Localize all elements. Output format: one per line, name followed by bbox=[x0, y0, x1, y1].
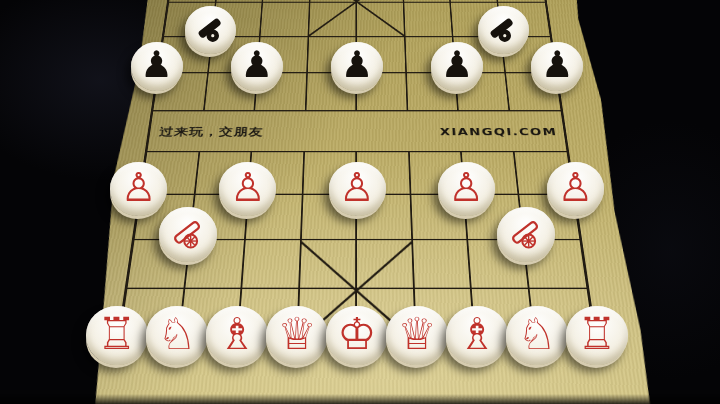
cannon-icon bbox=[194, 14, 228, 46]
pawn-icon: ♙ bbox=[121, 168, 157, 208]
pawn-icon: ♙ bbox=[339, 168, 375, 208]
piece-red-knight: ♘ bbox=[146, 306, 209, 365]
piece-red-king: ♔ bbox=[326, 306, 389, 365]
pawn-icon: ♙ bbox=[448, 168, 484, 208]
pawn-icon: ♟ bbox=[140, 47, 173, 84]
piece-red-pawn: ♙ bbox=[547, 162, 604, 216]
pawn-icon: ♟ bbox=[240, 47, 273, 84]
knight-icon: ♘ bbox=[157, 312, 196, 356]
cannon-icon bbox=[169, 216, 208, 252]
piece-red-advisor: ♕ bbox=[386, 306, 449, 365]
piece-red-pawn: ♙ bbox=[438, 162, 495, 216]
rook-icon: ♖ bbox=[97, 312, 136, 356]
pawn-icon: ♟ bbox=[541, 47, 574, 84]
pawn-icon: ♟ bbox=[341, 47, 374, 84]
river-watermark: XIANGQI.COM bbox=[440, 126, 558, 138]
river: 过来玩，交朋友 XIANGQI.COM bbox=[145, 113, 569, 151]
palace-diagonals-black bbox=[308, 0, 406, 36]
advisor-icon: ♕ bbox=[277, 312, 316, 356]
piece-black-pawn: ♟ bbox=[331, 42, 383, 91]
piece-red-cannon bbox=[497, 207, 556, 262]
piece-red-elephant: ♗ bbox=[206, 306, 269, 365]
pawn-icon: ♙ bbox=[558, 168, 594, 208]
piece-red-knight: ♘ bbox=[506, 306, 569, 365]
piece-black-pawn: ♟ bbox=[231, 42, 283, 91]
piece-black-pawn: ♟ bbox=[431, 42, 483, 91]
cannon-icon bbox=[507, 216, 546, 252]
piece-red-pawn: ♙ bbox=[110, 162, 167, 216]
king-icon: ♔ bbox=[337, 312, 376, 356]
cannon-icon bbox=[486, 14, 520, 46]
board-cell bbox=[261, 3, 310, 37]
elephant-icon: ♗ bbox=[217, 312, 256, 356]
piece-red-advisor: ♕ bbox=[266, 306, 329, 365]
piece-black-cannon bbox=[185, 6, 236, 54]
board-cell bbox=[404, 3, 453, 37]
piece-black-pawn: ♟ bbox=[531, 42, 583, 91]
pawn-icon: ♟ bbox=[441, 47, 474, 84]
piece-red-elephant: ♗ bbox=[446, 306, 509, 365]
piece-red-rook: ♖ bbox=[86, 306, 149, 365]
advisor-icon: ♕ bbox=[397, 312, 436, 356]
piece-red-pawn: ♙ bbox=[219, 162, 276, 216]
elephant-icon: ♗ bbox=[457, 312, 496, 356]
board-cell bbox=[242, 240, 301, 288]
river-slogan: 过来玩，交朋友 bbox=[158, 124, 264, 138]
knight-icon: ♘ bbox=[517, 312, 556, 356]
piece-black-pawn: ♟ bbox=[131, 42, 183, 91]
pawn-icon: ♙ bbox=[230, 168, 266, 208]
piece-black-cannon bbox=[478, 6, 529, 54]
board-cell bbox=[413, 240, 472, 288]
piece-red-pawn: ♙ bbox=[329, 162, 386, 216]
bottom-shadow bbox=[0, 394, 720, 404]
rook-icon: ♖ bbox=[577, 312, 616, 356]
piece-red-rook: ♖ bbox=[566, 306, 629, 365]
photo-frame: 过来玩，交朋友 XIANGQI.COM ♟♟♟♟♟♙♙♙♙♙♖♘♗♕♔♕♗♘♖ bbox=[0, 0, 720, 404]
